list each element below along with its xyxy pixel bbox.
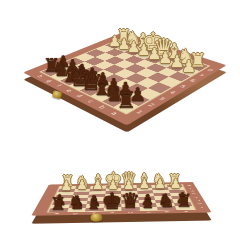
file-label: d [121,211,140,214]
chessboard: hgfedcba 87654321 [23,32,227,125]
file-label: a [176,210,196,213]
chess-set-front-view: hgfedcba 87654321 [0,138,240,240]
chess-set-product-photo: hgfedcba 87654321 hgfedcba 87654321 ♜♞♝♚… [0,0,240,240]
file-label: h [47,212,67,215]
file-label: e [103,211,122,214]
chessboard: hgfedcba 87654321 [31,182,211,216]
file-label: g [66,212,85,215]
file-label: c [140,211,159,214]
chessboard-grid [49,184,194,212]
chess-set-angled-view: hgfedcba 87654321 [0,0,240,152]
brass-emblem [90,213,102,221]
file-label: b [158,210,177,213]
rank-label: 1 [194,206,209,210]
brass-latch [52,90,63,99]
